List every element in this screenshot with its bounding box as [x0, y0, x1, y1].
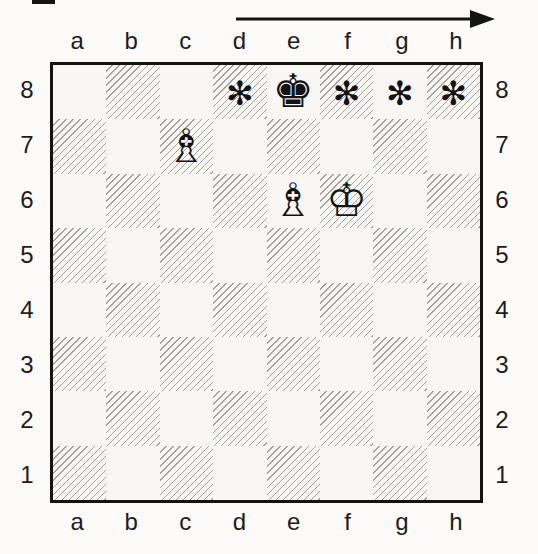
file-label: d [212, 26, 266, 56]
square-d3 [213, 337, 266, 391]
target-square-marker: ✻ [386, 77, 414, 110]
target-square-marker: ✻ [226, 77, 254, 110]
square-b3 [106, 337, 159, 391]
square-h8: ✻ [427, 65, 480, 119]
square-d8: ✻ [213, 65, 266, 119]
square-g3 [373, 337, 426, 391]
chess-board: ✻♚✻✻✻♗♗♔ [50, 62, 483, 503]
rank-label: 5 [487, 227, 517, 282]
rank-label: 8 [12, 62, 42, 117]
square-g6 [373, 174, 426, 228]
square-b5 [106, 228, 159, 282]
file-label: g [375, 507, 429, 537]
rank-label: 4 [12, 283, 42, 338]
file-label: h [429, 507, 483, 537]
square-e5 [267, 228, 320, 282]
square-h7 [427, 119, 480, 173]
square-f5 [320, 228, 373, 282]
file-label: h [429, 26, 483, 56]
file-label: e [267, 26, 321, 56]
square-f1 [320, 446, 373, 500]
square-h5 [427, 228, 480, 282]
square-a7 [53, 119, 106, 173]
square-d2 [213, 391, 266, 445]
square-b7 [106, 119, 159, 173]
file-labels-top: abcdefgh [50, 26, 483, 56]
file-label: g [375, 26, 429, 56]
rank-label: 3 [487, 338, 517, 393]
square-a8 [53, 65, 106, 119]
square-f4 [320, 283, 373, 337]
file-label: a [50, 26, 104, 56]
rank-label: 1 [12, 448, 42, 503]
square-g1 [373, 446, 426, 500]
square-h2 [427, 391, 480, 445]
cropped-edge-artifact [32, 0, 55, 4]
square-d7 [213, 119, 266, 173]
rank-labels-right: 87654321 [487, 62, 517, 503]
square-h1 [427, 446, 480, 500]
target-square-marker: ✻ [333, 77, 361, 110]
square-b6 [106, 174, 159, 228]
file-label: b [104, 26, 158, 56]
rank-label: 4 [487, 283, 517, 338]
square-c3 [160, 337, 213, 391]
square-f8: ✻ [320, 65, 373, 119]
file-label: f [321, 26, 375, 56]
file-label: b [104, 507, 158, 537]
chess-diagram: abcdefgh 87654321 ✻♚✻✻✻♗♗♔ 87654321 abcd… [0, 0, 538, 554]
rank-label: 6 [487, 172, 517, 227]
rank-label: 2 [487, 393, 517, 448]
white-bishop-piece: ♗ [166, 123, 207, 169]
file-label: a [50, 507, 104, 537]
file-labels-bottom: abcdefgh [50, 507, 483, 537]
rank-label: 1 [487, 448, 517, 503]
square-c6 [160, 174, 213, 228]
file-label: d [212, 507, 266, 537]
square-a6 [53, 174, 106, 228]
file-label: c [158, 26, 212, 56]
square-a3 [53, 337, 106, 391]
square-f6: ♔ [320, 174, 373, 228]
square-h3 [427, 337, 480, 391]
square-g2 [373, 391, 426, 445]
square-e6: ♗ [267, 174, 320, 228]
rank-labels-left: 87654321 [12, 62, 42, 503]
square-a5 [53, 228, 106, 282]
square-e4 [267, 283, 320, 337]
square-g5 [373, 228, 426, 282]
square-h4 [427, 283, 480, 337]
white-king-piece: ♔ [326, 177, 367, 223]
square-h6 [427, 174, 480, 228]
square-e7 [267, 119, 320, 173]
rank-label: 7 [12, 117, 42, 172]
square-b2 [106, 391, 159, 445]
square-d1 [213, 446, 266, 500]
file-label: c [158, 507, 212, 537]
square-d6 [213, 174, 266, 228]
rank-label: 6 [12, 172, 42, 227]
square-d4 [213, 283, 266, 337]
white-bishop-piece: ♗ [273, 177, 314, 223]
rank-label: 5 [12, 227, 42, 282]
square-b8 [106, 65, 159, 119]
rank-label: 7 [487, 117, 517, 172]
square-f7 [320, 119, 373, 173]
square-a4 [53, 283, 106, 337]
rank-label: 8 [487, 62, 517, 117]
square-b4 [106, 283, 159, 337]
square-a1 [53, 446, 106, 500]
square-c2 [160, 391, 213, 445]
square-e3 [267, 337, 320, 391]
black-king-piece: ♚ [273, 68, 314, 114]
square-c5 [160, 228, 213, 282]
square-c8 [160, 65, 213, 119]
square-c7: ♗ [160, 119, 213, 173]
square-c4 [160, 283, 213, 337]
square-f3 [320, 337, 373, 391]
file-label: f [321, 507, 375, 537]
rank-label: 3 [12, 338, 42, 393]
square-g8: ✻ [373, 65, 426, 119]
square-e8: ♚ [267, 65, 320, 119]
square-g4 [373, 283, 426, 337]
square-e2 [267, 391, 320, 445]
square-f2 [320, 391, 373, 445]
square-g7 [373, 119, 426, 173]
square-e1 [267, 446, 320, 500]
target-square-marker: ✻ [439, 77, 467, 110]
square-a2 [53, 391, 106, 445]
square-d5 [213, 228, 266, 282]
square-c1 [160, 446, 213, 500]
rank-label: 2 [12, 393, 42, 448]
file-label: e [267, 507, 321, 537]
square-b1 [106, 446, 159, 500]
